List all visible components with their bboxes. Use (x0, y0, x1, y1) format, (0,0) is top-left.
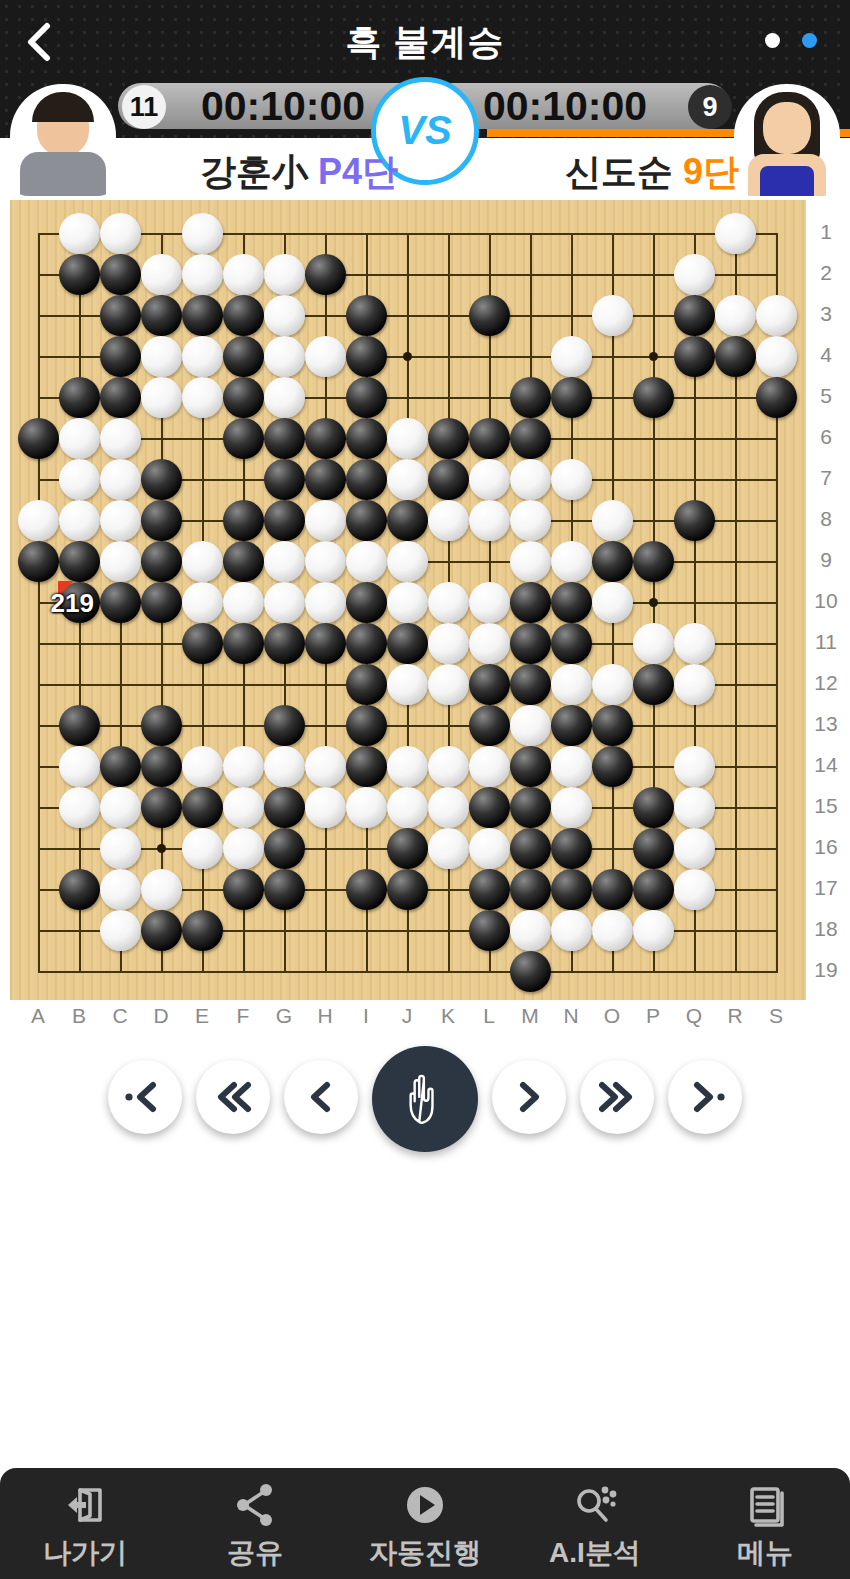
black-stone-P12 (633, 664, 674, 705)
black-stone-E18 (182, 910, 223, 951)
white-stone-O3 (592, 295, 633, 336)
black-stone-D18 (141, 910, 182, 951)
white-stone-J15 (387, 787, 428, 828)
column-label-I: I (346, 1004, 387, 1028)
ai-analysis-label: A.I분석 (520, 1534, 670, 1572)
black-stone-I3 (346, 295, 387, 336)
share-icon (232, 1482, 278, 1528)
black-stone-D13 (141, 705, 182, 746)
white-stone-D2 (141, 254, 182, 295)
bottom-toolbar: 나가기 공유 자동진행 A.I분석 메뉴 (0, 1468, 850, 1579)
star-point (649, 352, 658, 361)
right-player-rank: 9단 (683, 151, 739, 192)
black-stone-D15 (141, 787, 182, 828)
black-stone-O17 (592, 869, 633, 910)
white-stone-D5 (141, 377, 182, 418)
black-stone-B13 (59, 705, 100, 746)
white-stone-K11 (428, 623, 469, 664)
white-stone-N14 (551, 746, 592, 787)
column-label-O: O (592, 1004, 633, 1028)
column-label-D: D (141, 1004, 182, 1028)
white-stone-M8 (510, 500, 551, 541)
two-finger-hand-icon (402, 1071, 448, 1127)
black-stone-I17 (346, 869, 387, 910)
white-stone-N7 (551, 459, 592, 500)
row-label-16: 16 (806, 835, 846, 859)
column-label-S: S (756, 1004, 797, 1028)
white-stone-Q16 (674, 828, 715, 869)
left-capture-count: 11 (122, 85, 166, 129)
black-stone-L18 (469, 910, 510, 951)
black-stone-H11 (305, 623, 346, 664)
white-stone-D17 (141, 869, 182, 910)
white-stone-C9 (100, 541, 141, 582)
black-stone-L12 (469, 664, 510, 705)
black-stone-H2 (305, 254, 346, 295)
black-stone-G16 (264, 828, 305, 869)
row-label-7: 7 (806, 466, 846, 490)
white-stone-E10 (182, 582, 223, 623)
white-stone-K8 (428, 500, 469, 541)
white-stone-E2 (182, 254, 223, 295)
black-stone-P16 (633, 828, 674, 869)
white-stone-E16 (182, 828, 223, 869)
white-stone-Q12 (674, 664, 715, 705)
menu-document-icon (742, 1482, 788, 1528)
white-stone-G4 (264, 336, 305, 377)
white-stone-H10 (305, 582, 346, 623)
black-stone-D7 (141, 459, 182, 500)
white-stone-K14 (428, 746, 469, 787)
white-stone-C16 (100, 828, 141, 869)
page-indicator-dot-active (802, 33, 817, 48)
black-stone-L6 (469, 418, 510, 459)
play-circle-icon (402, 1482, 448, 1528)
black-stone-J11 (387, 623, 428, 664)
white-stone-H14 (305, 746, 346, 787)
white-stone-F14 (223, 746, 264, 787)
white-stone-Q2 (674, 254, 715, 295)
black-stone-N17 (551, 869, 592, 910)
white-stone-L16 (469, 828, 510, 869)
row-label-3: 3 (806, 302, 846, 326)
white-stone-F2 (223, 254, 264, 295)
white-stone-G10 (264, 582, 305, 623)
white-stone-N4 (551, 336, 592, 377)
row-label-5: 5 (806, 384, 846, 408)
row-label-19: 19 (806, 958, 846, 982)
header-bar: 흑 불계승 00:10:00 00:10:00 11 9 VS 강훈小P4단 신… (0, 0, 850, 196)
column-label-A: A (18, 1004, 59, 1028)
white-stone-P11 (633, 623, 674, 664)
white-stone-L11 (469, 623, 510, 664)
black-stone-M12 (510, 664, 551, 705)
black-stone-A6 (18, 418, 59, 459)
row-label-14: 14 (806, 753, 846, 777)
column-label-K: K (428, 1004, 469, 1028)
black-stone-F4 (223, 336, 264, 377)
white-stone-S4 (756, 336, 797, 377)
black-stone-D8 (141, 500, 182, 541)
black-stone-G6 (264, 418, 305, 459)
black-stone-F9 (223, 541, 264, 582)
exit-button[interactable]: 나가기 (10, 1482, 160, 1572)
black-stone-F17 (223, 869, 264, 910)
right-player-name-text: 신도순 (565, 151, 673, 192)
white-stone-Q15 (674, 787, 715, 828)
black-stone-B5 (59, 377, 100, 418)
black-stone-K6 (428, 418, 469, 459)
black-stone-I14 (346, 746, 387, 787)
row-label-9: 9 (806, 548, 846, 572)
black-stone-M10 (510, 582, 551, 623)
white-stone-G3 (264, 295, 305, 336)
white-stone-G2 (264, 254, 305, 295)
black-stone-M5 (510, 377, 551, 418)
black-stone-M14 (510, 746, 551, 787)
column-label-P: P (633, 1004, 674, 1028)
black-stone-I13 (346, 705, 387, 746)
white-stone-B6 (59, 418, 100, 459)
black-stone-B2 (59, 254, 100, 295)
exit-label: 나가기 (10, 1534, 160, 1572)
column-label-J: J (387, 1004, 428, 1028)
white-stone-J7 (387, 459, 428, 500)
black-stone-G15 (264, 787, 305, 828)
hand-play-button[interactable] (372, 1046, 478, 1152)
white-stone-H15 (305, 787, 346, 828)
white-stone-G14 (264, 746, 305, 787)
black-stone-Q4 (674, 336, 715, 377)
black-stone-D14 (141, 746, 182, 787)
white-stone-J14 (387, 746, 428, 787)
white-stone-E14 (182, 746, 223, 787)
black-stone-M15 (510, 787, 551, 828)
white-stone-J10 (387, 582, 428, 623)
column-label-B: B (59, 1004, 100, 1028)
white-stone-Q14 (674, 746, 715, 787)
row-label-11: 11 (806, 630, 846, 654)
fast-rewind-button[interactable] (196, 1060, 270, 1134)
row-label-12: 12 (806, 671, 846, 695)
white-stone-J6 (387, 418, 428, 459)
white-stone-K10 (428, 582, 469, 623)
black-stone-E3 (182, 295, 223, 336)
left-player-name-text: 강훈小 (200, 151, 308, 192)
left-player-rank: P4단 (318, 151, 398, 192)
right-capture-count: 9 (688, 85, 732, 129)
fast-forward-button[interactable] (580, 1060, 654, 1134)
black-stone-I6 (346, 418, 387, 459)
black-stone-I8 (346, 500, 387, 541)
white-stone-P18 (633, 910, 674, 951)
white-stone-R1 (715, 213, 756, 254)
row-label-1: 1 (806, 220, 846, 244)
white-stone-Q17 (674, 869, 715, 910)
black-stone-P9 (633, 541, 674, 582)
right-player-name: 신도순9단 (565, 148, 739, 197)
white-stone-N18 (551, 910, 592, 951)
white-stone-C8 (100, 500, 141, 541)
autoplay-label: 자동진행 (350, 1534, 500, 1572)
white-stone-B7 (59, 459, 100, 500)
black-stone-M16 (510, 828, 551, 869)
white-stone-B8 (59, 500, 100, 541)
column-label-L: L (469, 1004, 510, 1028)
white-stone-E9 (182, 541, 223, 582)
row-label-8: 8 (806, 507, 846, 531)
white-stone-C1 (100, 213, 141, 254)
black-stone-N16 (551, 828, 592, 869)
black-stone-O9 (592, 541, 633, 582)
black-stone-G13 (264, 705, 305, 746)
white-stone-L10 (469, 582, 510, 623)
white-stone-O8 (592, 500, 633, 541)
black-stone-F8 (223, 500, 264, 541)
star-point (649, 598, 658, 607)
white-stone-B1 (59, 213, 100, 254)
column-label-H: H (305, 1004, 346, 1028)
white-stone-K15 (428, 787, 469, 828)
black-stone-D10 (141, 582, 182, 623)
share-label: 공유 (180, 1534, 330, 1572)
black-stone-C14 (100, 746, 141, 787)
column-label-G: G (264, 1004, 305, 1028)
page-title: 흑 불계승 (0, 18, 850, 67)
column-label-Q: Q (674, 1004, 715, 1028)
share-button[interactable]: 공유 (180, 1482, 330, 1572)
black-stone-J17 (387, 869, 428, 910)
white-stone-H8 (305, 500, 346, 541)
black-stone-S5 (756, 377, 797, 418)
grid-line-h (38, 971, 778, 973)
white-stone-J9 (387, 541, 428, 582)
black-stone-M17 (510, 869, 551, 910)
black-stone-P5 (633, 377, 674, 418)
black-stone-Q3 (674, 295, 715, 336)
menu-button[interactable]: 메뉴 (690, 1482, 840, 1572)
black-stone-O13 (592, 705, 633, 746)
white-stone-S3 (756, 295, 797, 336)
white-stone-C7 (100, 459, 141, 500)
white-stone-C6 (100, 418, 141, 459)
jump-to-end-button[interactable] (668, 1060, 742, 1134)
white-stone-H9 (305, 541, 346, 582)
white-stone-B15 (59, 787, 100, 828)
black-stone-P17 (633, 869, 674, 910)
black-stone-G8 (264, 500, 305, 541)
black-stone-G17 (264, 869, 305, 910)
replay-controls (0, 1046, 850, 1156)
black-stone-B17 (59, 869, 100, 910)
black-stone-L3 (469, 295, 510, 336)
white-stone-I15 (346, 787, 387, 828)
black-stone-I7 (346, 459, 387, 500)
white-stone-N12 (551, 664, 592, 705)
white-stone-G5 (264, 377, 305, 418)
white-stone-N9 (551, 541, 592, 582)
step-back-button[interactable] (284, 1060, 358, 1134)
black-stone-I12 (346, 664, 387, 705)
black-stone-N13 (551, 705, 592, 746)
right-player-avatar (734, 84, 840, 196)
white-stone-F10 (223, 582, 264, 623)
black-stone-C2 (100, 254, 141, 295)
white-stone-B14 (59, 746, 100, 787)
black-stone-I10 (346, 582, 387, 623)
jump-to-start-button[interactable] (108, 1060, 182, 1134)
white-stone-I9 (346, 541, 387, 582)
white-stone-J12 (387, 664, 428, 705)
exit-door-icon (62, 1482, 108, 1528)
go-board[interactable]: 219 (10, 200, 806, 1000)
row-label-6: 6 (806, 425, 846, 449)
row-label-2: 2 (806, 261, 846, 285)
white-stone-F15 (223, 787, 264, 828)
white-stone-L7 (469, 459, 510, 500)
row-label-17: 17 (806, 876, 846, 900)
white-stone-L8 (469, 500, 510, 541)
white-stone-E4 (182, 336, 223, 377)
black-stone-N11 (551, 623, 592, 664)
white-stone-M18 (510, 910, 551, 951)
white-stone-R3 (715, 295, 756, 336)
white-stone-O12 (592, 664, 633, 705)
black-stone-H6 (305, 418, 346, 459)
page-indicator-dot (765, 33, 780, 48)
white-stone-F16 (223, 828, 264, 869)
black-stone-L13 (469, 705, 510, 746)
column-label-F: F (223, 1004, 264, 1028)
star-point (403, 352, 412, 361)
white-stone-N15 (551, 787, 592, 828)
white-stone-H4 (305, 336, 346, 377)
white-stone-M7 (510, 459, 551, 500)
black-stone-E15 (182, 787, 223, 828)
column-label-N: N (551, 1004, 592, 1028)
autoplay-button[interactable]: 자동진행 (350, 1482, 500, 1572)
black-stone-O14 (592, 746, 633, 787)
black-stone-G11 (264, 623, 305, 664)
black-stone-N10 (551, 582, 592, 623)
white-stone-O18 (592, 910, 633, 951)
black-stone-C5 (100, 377, 141, 418)
white-stone-C15 (100, 787, 141, 828)
column-label-C: C (100, 1004, 141, 1028)
black-stone-H7 (305, 459, 346, 500)
white-stone-A8 (18, 500, 59, 541)
black-stone-C3 (100, 295, 141, 336)
black-stone-F11 (223, 623, 264, 664)
black-stone-E11 (182, 623, 223, 664)
white-stone-C17 (100, 869, 141, 910)
white-stone-M9 (510, 541, 551, 582)
row-label-10: 10 (806, 589, 846, 613)
menu-label: 메뉴 (690, 1534, 840, 1572)
white-stone-E1 (182, 213, 223, 254)
white-stone-E5 (182, 377, 223, 418)
black-stone-J8 (387, 500, 428, 541)
move-number-label: 219 (51, 588, 117, 619)
black-stone-D3 (141, 295, 182, 336)
black-stone-F6 (223, 418, 264, 459)
black-stone-I4 (346, 336, 387, 377)
row-label-18: 18 (806, 917, 846, 941)
white-stone-L14 (469, 746, 510, 787)
star-point (157, 844, 166, 853)
column-label-R: R (715, 1004, 756, 1028)
step-forward-button[interactable] (492, 1060, 566, 1134)
black-stone-L17 (469, 869, 510, 910)
white-stone-M13 (510, 705, 551, 746)
black-stone-B9 (59, 541, 100, 582)
white-stone-O10 (592, 582, 633, 623)
row-label-4: 4 (806, 343, 846, 367)
white-stone-D4 (141, 336, 182, 377)
white-stone-G9 (264, 541, 305, 582)
black-stone-M11 (510, 623, 551, 664)
black-stone-I11 (346, 623, 387, 664)
black-stone-M19 (510, 951, 551, 992)
left-player-name: 강훈小P4단 (200, 148, 398, 197)
white-stone-C18 (100, 910, 141, 951)
black-stone-N5 (551, 377, 592, 418)
black-stone-F5 (223, 377, 264, 418)
black-stone-G7 (264, 459, 305, 500)
black-stone-K7 (428, 459, 469, 500)
black-stone-F3 (223, 295, 264, 336)
column-label-M: M (510, 1004, 551, 1028)
black-stone-A9 (18, 541, 59, 582)
black-stone-I5 (346, 377, 387, 418)
black-stone-R4 (715, 336, 756, 377)
black-stone-C4 (100, 336, 141, 377)
black-stone-Q8 (674, 500, 715, 541)
white-stone-K12 (428, 664, 469, 705)
black-stone-B10: 219 (59, 582, 100, 623)
row-label-15: 15 (806, 794, 846, 818)
white-stone-K16 (428, 828, 469, 869)
column-label-E: E (182, 1004, 223, 1028)
row-label-13: 13 (806, 712, 846, 736)
black-stone-M6 (510, 418, 551, 459)
black-stone-P15 (633, 787, 674, 828)
black-stone-D9 (141, 541, 182, 582)
black-stone-J16 (387, 828, 428, 869)
ai-magnifier-icon (572, 1482, 618, 1528)
white-stone-Q11 (674, 623, 715, 664)
left-player-avatar (10, 84, 116, 196)
black-stone-L15 (469, 787, 510, 828)
ai-analysis-button[interactable]: A.I분석 (520, 1482, 670, 1572)
